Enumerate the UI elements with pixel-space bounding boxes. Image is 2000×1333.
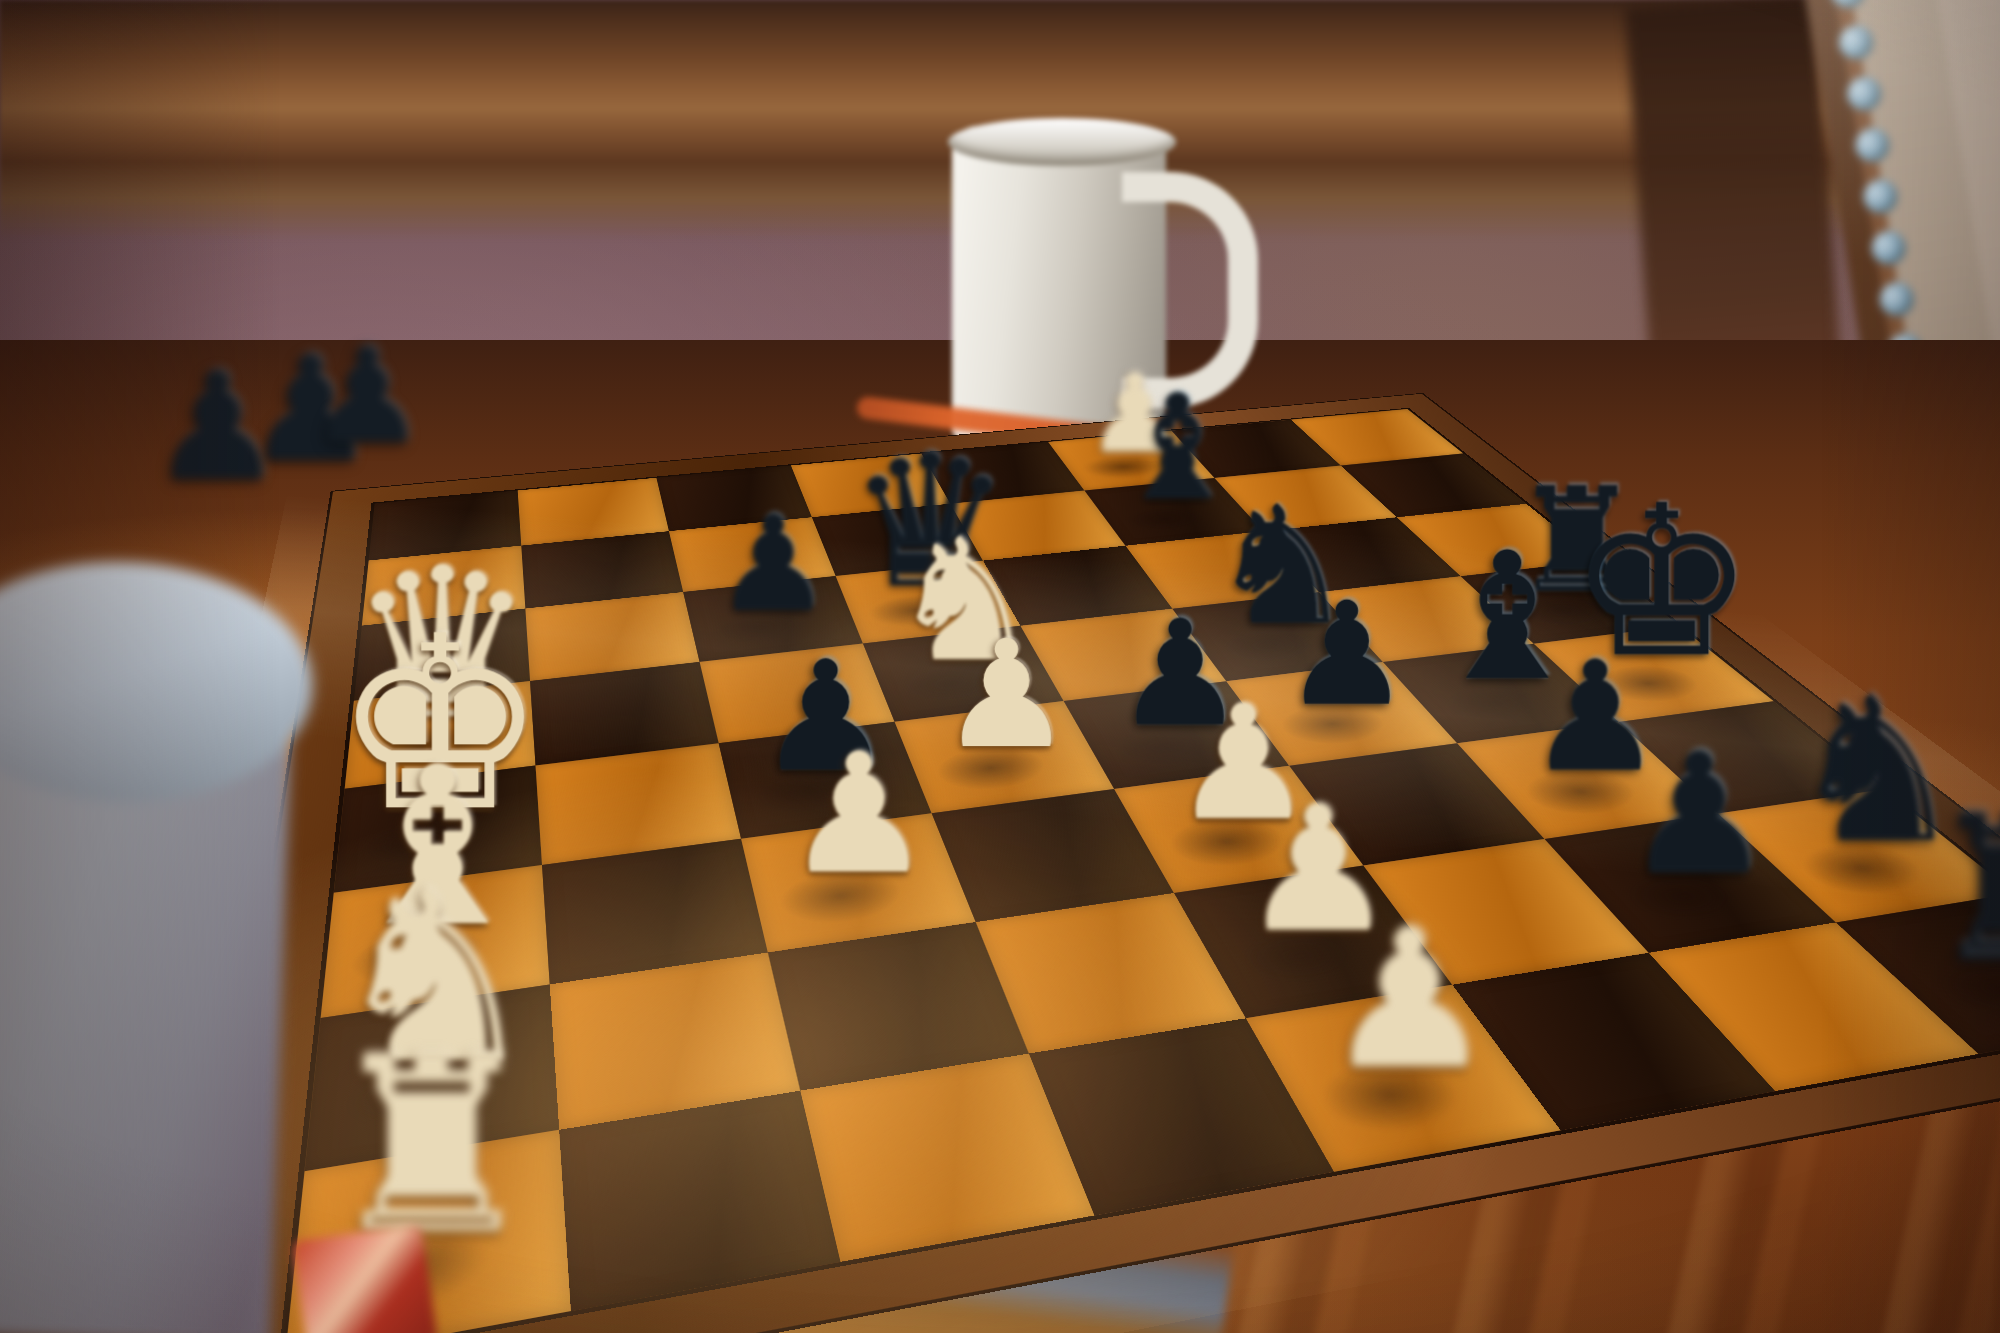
pewter-tankard (0, 634, 294, 1333)
red-box (292, 1224, 437, 1333)
piece-white-pawn-e4[interactable]: ♟ (940, 624, 1073, 765)
square-h2[interactable] (559, 1091, 840, 1311)
piece-white-pawn-f3[interactable]: ♟ (784, 735, 933, 893)
photo-scene: ♟♟♟ ♟♝♟♛♛♞♞♜♚♟♟♟♟♝♚♝♟♟♟♞♟♟♞♜♟♜ (0, 0, 2000, 1333)
square-g2[interactable] (550, 953, 801, 1130)
piece-black-rook-h8[interactable]: ♜ (1926, 794, 2000, 985)
piece-white-pawn-h5[interactable]: ♟ (1323, 908, 1495, 1091)
piece-black-pawn-c3[interactable]: ♟ (715, 502, 832, 626)
chessboard-frame: ♟♝♟♛♛♞♞♜♚♟♟♟♟♝♚♝♟♟♟♞♟♟♞♜♟♜ (179, 393, 2000, 1333)
square-f2[interactable] (542, 839, 768, 985)
piece-white-rook-h1[interactable]: ♜ (323, 1030, 541, 1261)
piece-black-pawn-g7[interactable]: ♟ (1625, 735, 1774, 893)
chessboard-grid: ♟♝♟♛♛♞♞♜♚♟♟♟♟♝♚♝♟♟♟♞♟♟♞♜♟♜ (284, 409, 2000, 1333)
